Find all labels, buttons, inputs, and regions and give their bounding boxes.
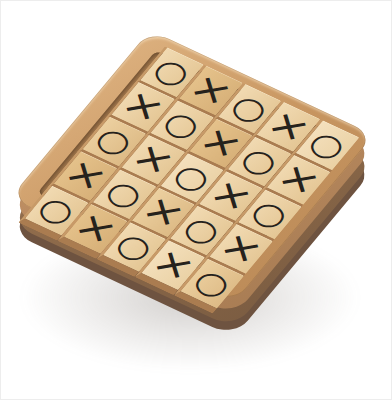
o-mark-glyph: ○ bbox=[188, 264, 238, 303]
o-mark-glyph: ○ bbox=[303, 125, 353, 164]
o-mark-glyph: ○ bbox=[246, 194, 296, 233]
product-photo-canvas: ○×○×○×○×○×○×○×○×○×○×○×○×○ bbox=[0, 0, 392, 400]
